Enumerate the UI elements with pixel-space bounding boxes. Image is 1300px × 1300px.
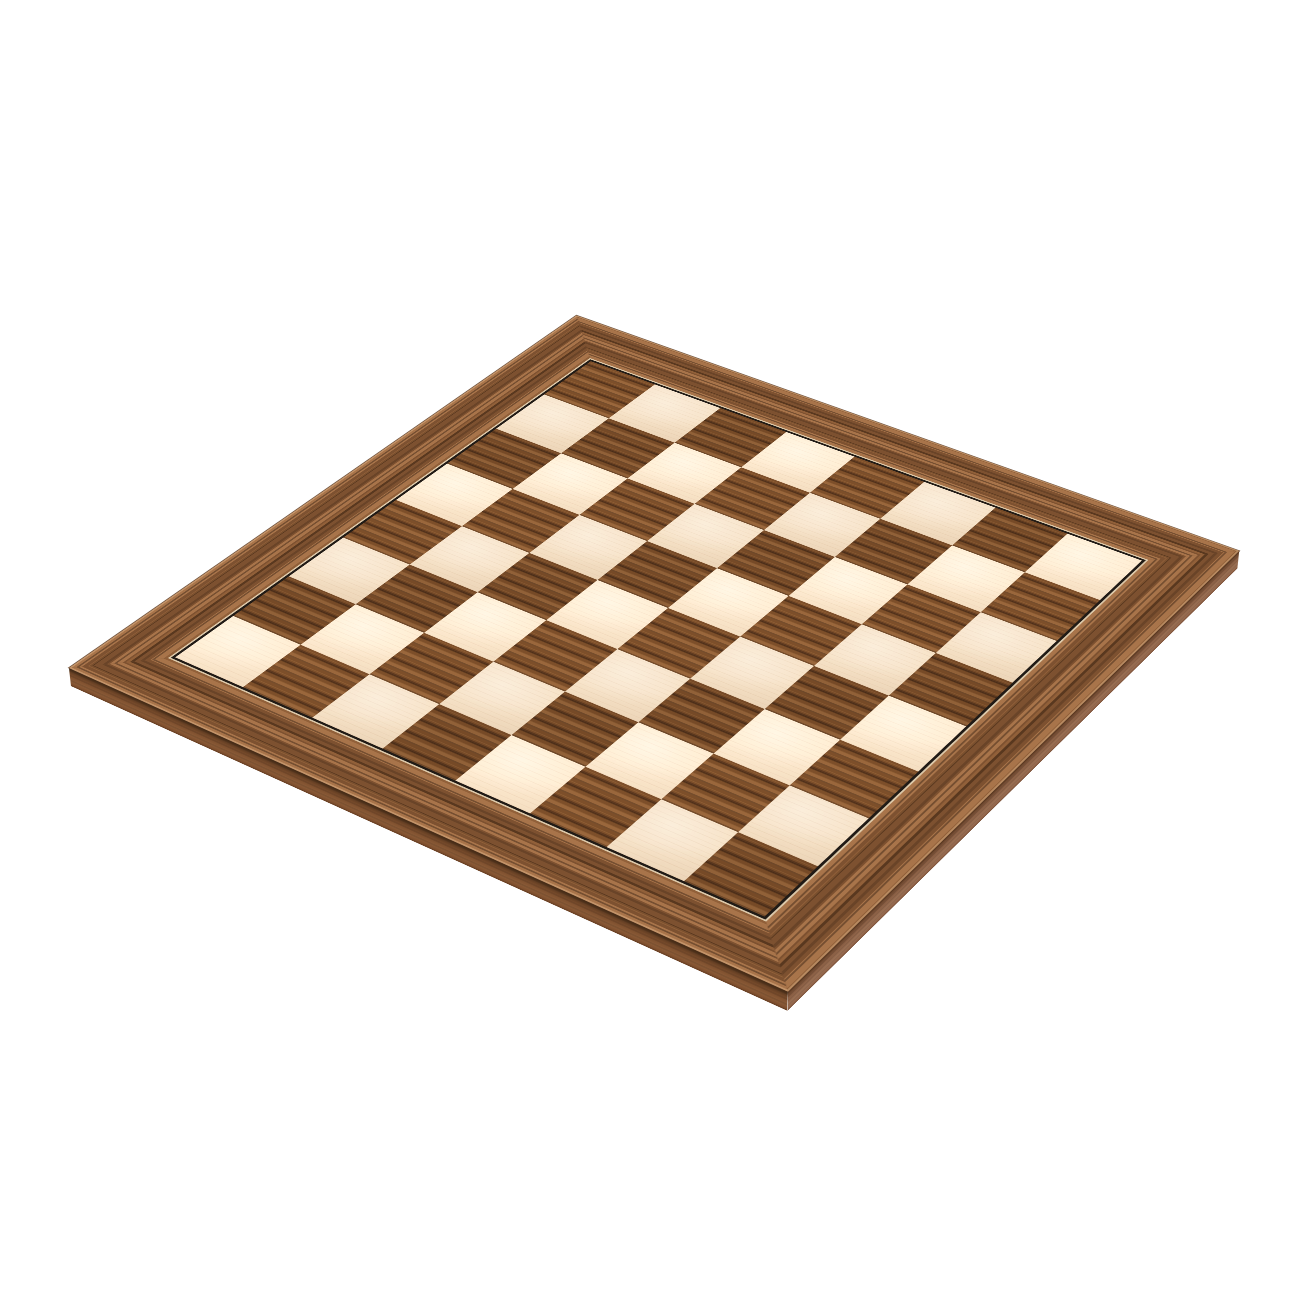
board-square-r7c0 bbox=[175, 616, 300, 687]
board-square-r7c3 bbox=[383, 704, 512, 780]
board-square-r5c4 bbox=[565, 649, 690, 722]
board-square-r5c5 bbox=[638, 679, 764, 754]
board-square-r3c6 bbox=[814, 624, 936, 695]
board-square-r7c7 bbox=[684, 832, 817, 916]
board-square-r4c5 bbox=[690, 637, 814, 709]
board-square-r5c6 bbox=[713, 709, 840, 785]
board-square-r3c7 bbox=[889, 653, 1012, 726]
board-square-r5c7 bbox=[790, 740, 918, 818]
board-square-r2c7 bbox=[936, 612, 1057, 683]
board-frame-near bbox=[69, 635, 831, 991]
chess-board bbox=[69, 315, 1239, 991]
board-square-r7c1 bbox=[243, 645, 369, 718]
board-top-face bbox=[69, 315, 1239, 991]
board-square-r4c7 bbox=[840, 696, 966, 772]
board-square-r6c6 bbox=[661, 753, 791, 832]
playing-field bbox=[171, 359, 1146, 919]
board-square-r6c2 bbox=[369, 632, 494, 704]
board-square-r6c5 bbox=[585, 722, 713, 799]
board-square-r6c4 bbox=[511, 691, 638, 766]
board-square-r6c1 bbox=[300, 604, 424, 674]
board-square-r6c3 bbox=[439, 662, 565, 736]
board-square-r7c5 bbox=[530, 767, 661, 847]
board-square-r4c6 bbox=[764, 666, 889, 740]
board-square-r7c2 bbox=[312, 674, 439, 748]
board-square-r6c7 bbox=[738, 785, 869, 866]
board-square-r5c3 bbox=[494, 620, 618, 691]
board-square-r7c4 bbox=[455, 735, 585, 813]
board-square-r4c4 bbox=[617, 608, 739, 679]
product-photo-scene bbox=[0, 0, 1300, 1300]
board-square-r7c6 bbox=[606, 799, 738, 881]
